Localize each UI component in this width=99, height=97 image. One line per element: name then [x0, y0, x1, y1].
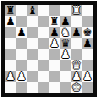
black-pawn-h5: ♟	[83, 38, 93, 49]
square-d5[interactable]	[38, 38, 49, 49]
square-a7[interactable]: ♟	[5, 16, 16, 27]
square-e3[interactable]	[49, 60, 60, 71]
white-pawn-a2: ♟	[6, 71, 16, 82]
chess-diagram: ♜♝♜♟♜♟♟♟♞♟♚♟♛♟♟♛♟♟♟♟♚	[0, 0, 99, 97]
square-e2[interactable]	[49, 71, 60, 82]
black-pawn-b6: ♟	[17, 27, 27, 38]
square-d3[interactable]	[38, 60, 49, 71]
square-f3[interactable]	[60, 60, 71, 71]
square-h8[interactable]	[82, 5, 93, 16]
square-e1[interactable]	[49, 82, 60, 93]
square-f2[interactable]	[60, 71, 71, 82]
square-f4[interactable]: ♟	[60, 49, 71, 60]
square-b6[interactable]: ♟	[16, 27, 27, 38]
white-king-g1: ♚	[72, 82, 82, 93]
square-g6[interactable]: ♟	[71, 27, 82, 38]
black-bishop-c8: ♝	[28, 5, 38, 16]
chess-board: ♜♝♜♟♜♟♟♟♞♟♚♟♛♟♟♛♟♟♟♟♚	[5, 5, 93, 93]
square-d2[interactable]	[38, 71, 49, 82]
square-b8[interactable]	[16, 5, 27, 16]
square-h1[interactable]	[82, 82, 93, 93]
black-pawn-a7: ♟	[6, 16, 16, 27]
square-c5[interactable]	[27, 38, 38, 49]
square-a6[interactable]	[5, 27, 16, 38]
square-c2[interactable]	[27, 71, 38, 82]
square-d6[interactable]	[38, 27, 49, 38]
square-e4[interactable]	[49, 49, 60, 60]
square-h5[interactable]: ♟	[82, 38, 93, 49]
white-pawn-h2: ♟	[83, 71, 93, 82]
board-frame: ♜♝♜♟♜♟♟♟♞♟♚♟♛♟♟♛♟♟♟♟♚	[1, 1, 97, 97]
square-g5[interactable]	[71, 38, 82, 49]
white-pawn-e5: ♟	[50, 38, 60, 49]
square-d7[interactable]	[38, 16, 49, 27]
square-d4[interactable]	[38, 49, 49, 60]
square-f1[interactable]	[60, 82, 71, 93]
square-a1[interactable]	[5, 82, 16, 93]
square-d8[interactable]	[38, 5, 49, 16]
square-a4[interactable]	[5, 49, 16, 60]
square-g1[interactable]: ♚	[71, 82, 82, 93]
white-pawn-b2: ♟	[17, 71, 27, 82]
square-c8[interactable]: ♝	[27, 5, 38, 16]
black-pawn-g6: ♟	[72, 27, 82, 38]
square-c6[interactable]	[27, 27, 38, 38]
square-a5[interactable]	[5, 38, 16, 49]
square-b5[interactable]	[16, 38, 27, 49]
square-c3[interactable]	[27, 60, 38, 71]
square-b2[interactable]: ♟	[16, 71, 27, 82]
square-d1[interactable]	[38, 82, 49, 93]
square-c4[interactable]	[27, 49, 38, 60]
square-h4[interactable]	[82, 49, 93, 60]
square-g8[interactable]: ♜	[71, 5, 82, 16]
square-h2[interactable]: ♟	[82, 71, 93, 82]
square-e5[interactable]: ♟	[49, 38, 60, 49]
square-a2[interactable]: ♟	[5, 71, 16, 82]
square-c7[interactable]	[27, 16, 38, 27]
white-rook-g8: ♜	[72, 5, 82, 16]
square-c1[interactable]	[27, 82, 38, 93]
square-b1[interactable]	[16, 82, 27, 93]
square-b4[interactable]	[16, 49, 27, 60]
white-pawn-f4: ♟	[61, 49, 71, 60]
